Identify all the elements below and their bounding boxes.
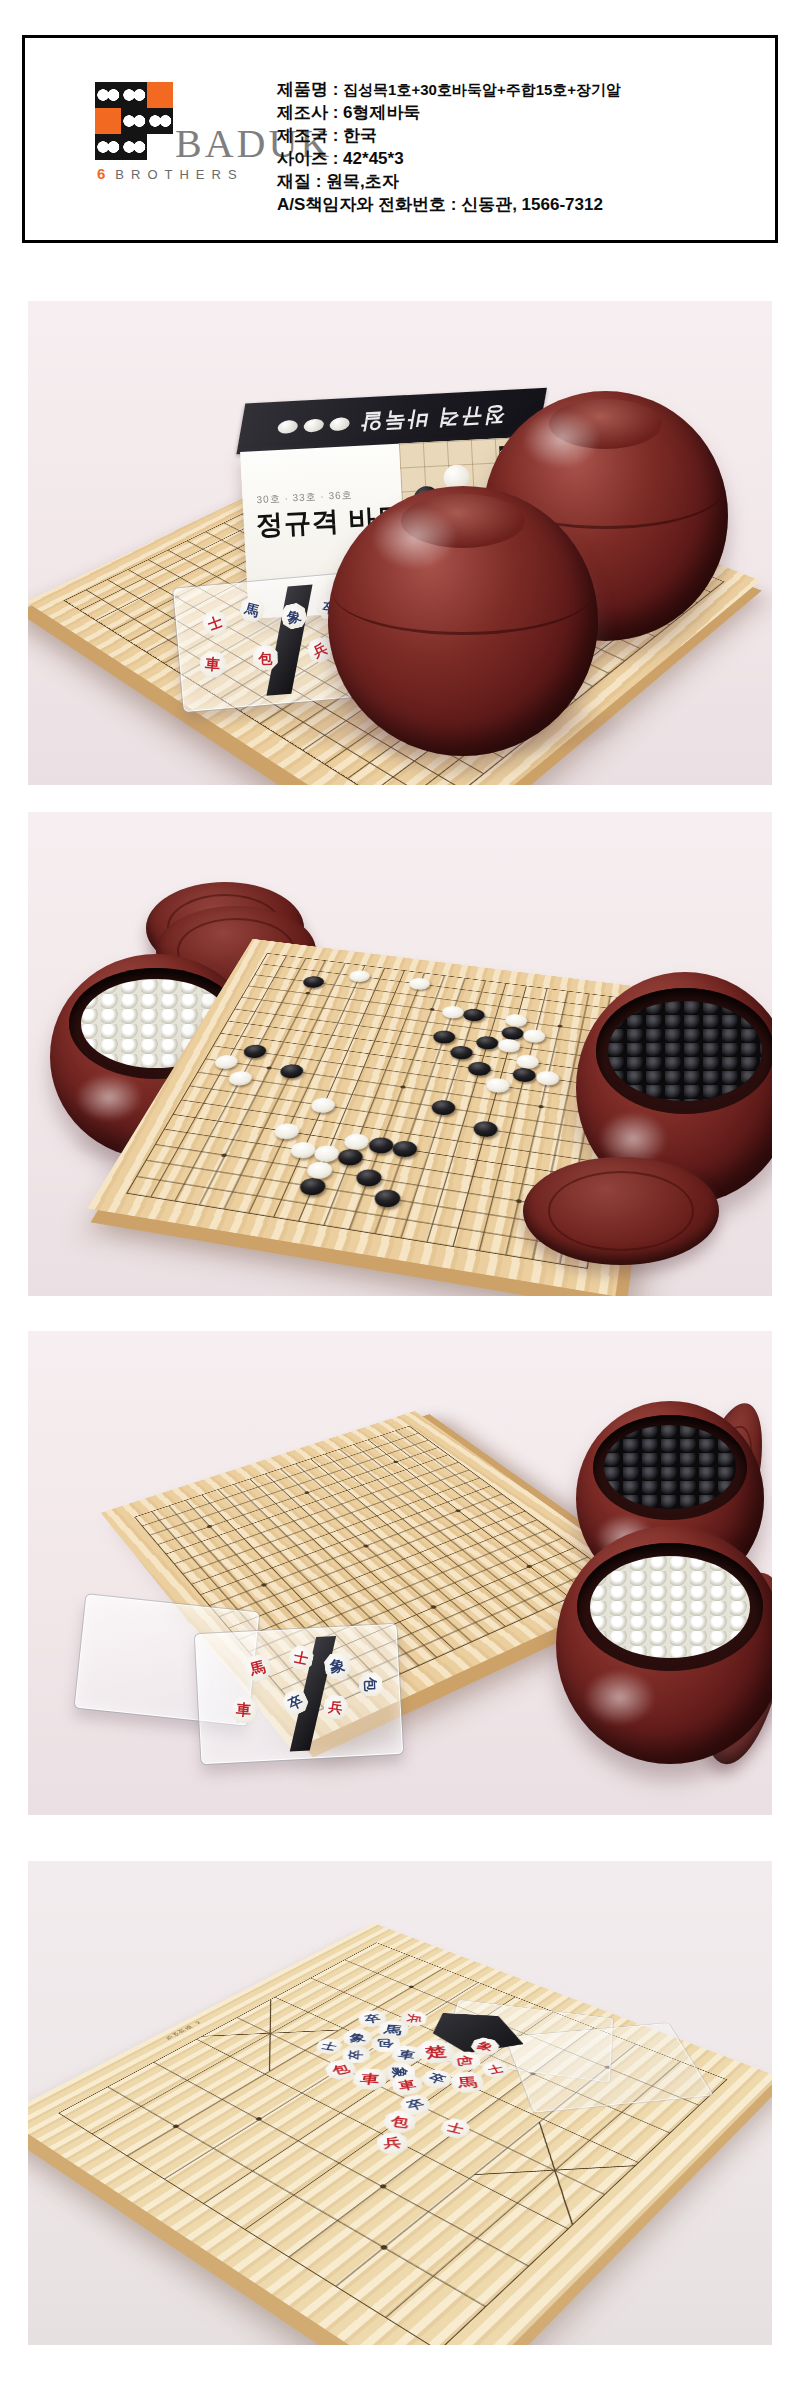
go-stone-black <box>390 1140 419 1159</box>
go-stone-white <box>212 1054 241 1070</box>
bowl-opening <box>593 1415 747 1520</box>
logo-six: 6 <box>97 165 107 182</box>
bowl-highlight <box>75 1073 143 1122</box>
photo-3-board-and-bowls: 馬士象車卒兵包 <box>28 1331 772 1815</box>
spec-list: 제품명 : 집성목1호+30호바둑알+주합15호+장기알 제조사 : 6형제바둑… <box>277 78 772 216</box>
janggi-tile: 包 <box>252 645 277 670</box>
spec-line-size: 사이즈 : 42*45*3 <box>277 147 772 170</box>
janggi-tile: 兵 <box>322 1694 349 1721</box>
product-info-panel: BADUK 6BROTHERS 제품명 : 집성목1호+30호바둑알+주합15호… <box>22 35 778 243</box>
go-stone-white <box>342 1132 372 1151</box>
go-stone-white <box>226 1070 255 1087</box>
go-stone-white <box>347 969 372 982</box>
spec-line-material: 재질 : 원목,초자 <box>277 170 772 193</box>
bowl-lid-seam <box>333 551 592 635</box>
stone-icon <box>303 418 325 432</box>
logo-square-icon <box>147 108 173 134</box>
go-stone-black <box>335 1148 365 1167</box>
go-stone-black <box>511 1067 537 1084</box>
janggi-tile: 象 <box>323 1652 352 1681</box>
bowl-opening <box>577 1543 764 1672</box>
go-stone-white <box>288 1141 318 1160</box>
hoshi-point <box>429 1008 434 1011</box>
janggi-tile: 車 <box>198 650 226 678</box>
janggi-tile: 士 <box>313 2037 344 2056</box>
go-stone-white <box>304 1160 335 1180</box>
hoshi-point <box>393 1460 399 1463</box>
janggi-scattered-items: 卒馬兵象士卒包車楚包象士包車象車卒馬卒包兵士 <box>28 1961 772 2300</box>
box-flap-title: 정규격 바둑알 <box>357 401 508 437</box>
janggi-tile: 馬 <box>238 595 267 624</box>
hoshi-point <box>429 1605 437 1610</box>
logo-square-icon <box>147 82 173 108</box>
bowl-lid-flat <box>523 1157 719 1265</box>
hoshi-point <box>515 1198 521 1203</box>
go-stone-black <box>366 1136 395 1155</box>
go-stone-white <box>440 1005 465 1020</box>
photo-1-set-with-box: 정규격 바둑알 30호 · 33호 · 36호 정규격 바둑알 6형제바둑 士車… <box>28 301 772 785</box>
bowl-highlight <box>522 409 600 469</box>
logo-square-icon <box>95 82 121 108</box>
janggi-tile: 士 <box>200 607 231 638</box>
go-bowl-white-open <box>556 1526 772 1764</box>
janggi-tile: 士 <box>438 2117 472 2141</box>
janggi-tile: 車 <box>230 1696 258 1724</box>
product-page: BADUK 6BROTHERS 제품명 : 집성목1호+30호바둑알+주합15호… <box>0 0 800 2391</box>
logo-brothers: BROTHERS <box>115 167 243 182</box>
go-stone-black <box>466 1061 492 1077</box>
hoshi-point <box>206 1524 213 1528</box>
janggi-tile: 馬 <box>242 1652 274 1684</box>
janggi-tile: 象 <box>343 2028 373 2047</box>
spec-line-product-name: 제품명 : 집성목1호+30호바둑알+주합15호+장기알 <box>277 78 772 101</box>
go-stone-black <box>372 1188 403 1209</box>
baduk-brothers-logo: BADUK 6BROTHERS <box>71 68 311 218</box>
go-bowl-closed-front <box>328 486 598 756</box>
logo-square-icon <box>147 134 173 160</box>
white-stones-fill <box>590 1556 751 1659</box>
black-stones-fill <box>608 1001 762 1101</box>
janggi-tile: 馬 <box>449 2071 485 2093</box>
janggi-tile: 卒 <box>279 1686 311 1718</box>
go-stone-white <box>522 1028 547 1043</box>
black-stones-fill <box>604 1425 737 1509</box>
go-stone-white <box>515 1054 541 1070</box>
go-stone-black <box>277 1063 305 1079</box>
go-stone-black <box>429 1099 457 1117</box>
go-stone-black <box>431 1029 457 1044</box>
case-tiles-photo3: 馬士象車卒兵包 <box>196 1625 402 1763</box>
hoshi-point <box>221 1153 228 1157</box>
logo-square-icon <box>121 82 147 108</box>
go-stone-white <box>309 1096 338 1114</box>
go-stone-black <box>301 975 327 989</box>
janggi-tile: 兵 <box>376 2132 408 2155</box>
hoshi-point <box>303 1491 309 1495</box>
janggi-tile: 士 <box>479 2060 512 2080</box>
logo-square-icon <box>121 134 147 160</box>
spec-line-manufacturer: 제조사 : 6형제바둑 <box>277 101 772 124</box>
logo-grid-icon <box>95 82 173 160</box>
bowl-highlight <box>371 505 457 570</box>
go-stone-black <box>461 1008 486 1023</box>
hoshi-point <box>362 1544 369 1548</box>
hoshi-point <box>267 1066 273 1070</box>
bowl-highlight <box>583 1669 656 1726</box>
go-stone-black <box>353 1167 383 1187</box>
hoshi-point <box>260 1583 267 1587</box>
logo-square-icon <box>95 108 121 134</box>
go-stone-white <box>496 1038 521 1054</box>
janggi-tile: 車 <box>351 2067 388 2090</box>
hoshi-point <box>400 1085 406 1089</box>
janggi-tile: 士 <box>287 1644 315 1672</box>
stone-icon <box>277 419 299 433</box>
go-stone-white <box>485 1077 512 1094</box>
spec-line-country: 제조국 : 한국 <box>277 124 772 147</box>
janggi-tiles-photo4: 卒馬兵象士卒包車楚包象士包車象車卒馬卒包兵士 <box>28 1961 772 2300</box>
go-stone-black <box>472 1120 500 1138</box>
go-stone-black <box>448 1045 474 1061</box>
logo-square-icon <box>95 134 121 160</box>
bowl-opening <box>596 988 772 1113</box>
stone-icon <box>329 417 351 431</box>
hoshi-point <box>526 1564 533 1568</box>
go-stone-white <box>311 1144 341 1163</box>
janggi-tile: 包 <box>358 1671 383 1696</box>
hoshi-point <box>557 1025 562 1028</box>
go-stone-white <box>534 1070 560 1087</box>
logo-sub-text: 6BROTHERS <box>97 165 244 182</box>
go-stone-white <box>407 977 432 991</box>
logo-square-icon <box>121 108 147 134</box>
stone-icons <box>277 417 351 434</box>
hoshi-point <box>305 992 311 995</box>
janggi-piece-case: 馬士象車卒兵包 <box>195 1624 404 1764</box>
hoshi-point <box>538 1104 544 1108</box>
photo-4-janggi-side: 6형제바둑 卒馬兵象士卒包車楚包象士包車象車卒馬卒包兵士 <box>28 1861 772 2345</box>
go-stone-black <box>241 1044 269 1060</box>
go-stone-white <box>272 1122 302 1140</box>
go-stone-black <box>297 1176 328 1196</box>
go-stone-black <box>474 1035 500 1051</box>
photo-2-go-position <box>28 812 772 1296</box>
janggi-tile: 卒 <box>419 2067 456 2091</box>
spec-line-as-contact: A/S책임자와 전화번호 : 신동관, 1566-7312 <box>277 193 772 216</box>
janggi-tile: 象 <box>278 601 308 631</box>
hoshi-point <box>455 1509 462 1513</box>
